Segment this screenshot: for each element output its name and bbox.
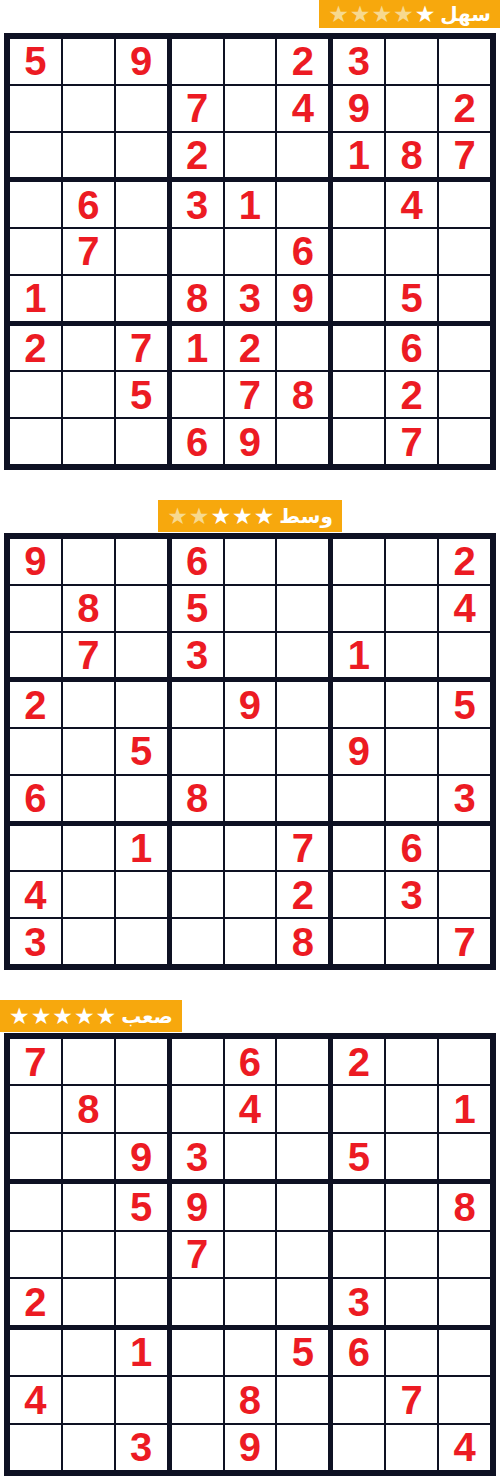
sudoku-cell-r3c1-empty[interactable]: [10, 1134, 61, 1179]
sudoku-cell-r8c6-given[interactable]: 2: [277, 872, 328, 917]
sudoku-cell-r5c7-empty[interactable]: [333, 1232, 384, 1277]
sudoku-cell-r7c1-empty[interactable]: [10, 826, 61, 871]
sudoku-box-9: 674: [333, 1330, 490, 1470]
sudoku-cell-r4c1-empty[interactable]: [10, 182, 61, 227]
sudoku-cell-r8c1-given[interactable]: 4: [10, 872, 61, 917]
sudoku-cell-r9c6-empty[interactable]: [277, 1425, 328, 1470]
sudoku-box-1: 987: [10, 539, 167, 677]
sudoku-box-7: 143: [10, 826, 167, 964]
sudoku-cell-r2c2-given[interactable]: 8: [63, 1086, 114, 1131]
sudoku-cell-r1c5-empty[interactable]: [225, 539, 276, 584]
sudoku-cell-r5c6-empty[interactable]: [277, 729, 328, 774]
sudoku-cell-r4c2-given[interactable]: 6: [63, 182, 114, 227]
sudoku-cell-r5c6-given[interactable]: 6: [277, 229, 328, 274]
sudoku-cell-r3c9-empty[interactable]: [439, 633, 490, 678]
sudoku-cell-r1c6-empty[interactable]: [277, 1039, 328, 1084]
sudoku-cell-r7c5-empty[interactable]: [225, 826, 276, 871]
sudoku-box-8: 589: [172, 1330, 329, 1470]
sudoku-box-9: 627: [333, 326, 490, 464]
sudoku-box-3: 392187: [333, 39, 490, 177]
sudoku-cell-r3c6-empty[interactable]: [277, 133, 328, 178]
sudoku-cell-r5c2-empty[interactable]: [63, 1232, 114, 1277]
sudoku-cell-r4c3-given[interactable]: 5: [116, 1184, 167, 1229]
sudoku-cell-r6c5-given[interactable]: 3: [225, 276, 276, 321]
sudoku-cell-r5c1-empty[interactable]: [10, 229, 61, 274]
star-empty-icon: ★: [167, 505, 188, 528]
sudoku-cell-r1c9-empty[interactable]: [439, 1039, 490, 1084]
sudoku-cell-r8c5-empty[interactable]: [225, 872, 276, 917]
sudoku-cell-r3c7-given[interactable]: 5: [333, 1134, 384, 1179]
sudoku-cell-r9c5-empty[interactable]: [225, 919, 276, 964]
sudoku-cell-r2c8-empty[interactable]: [386, 86, 437, 131]
sudoku-cell-r9c9-given[interactable]: 4: [439, 1425, 490, 1470]
sudoku-cell-r9c8-given[interactable]: 7: [386, 419, 437, 464]
sudoku-box-1: 789: [10, 1039, 167, 1179]
sudoku-box-7: 143: [10, 1330, 167, 1470]
spacer: [0, 470, 500, 500]
sudoku-cell-r6c5-empty[interactable]: [225, 776, 276, 821]
sudoku-cell-r8c7-empty[interactable]: [333, 372, 384, 417]
sudoku-cell-r7c9-empty[interactable]: [439, 326, 490, 371]
sudoku-box-5: 97: [172, 1184, 329, 1324]
sudoku-cell-r9c6-given[interactable]: 8: [277, 919, 328, 964]
difficulty-label-medium: وسط: [279, 506, 333, 526]
sudoku-cell-r9c4-empty[interactable]: [172, 1425, 223, 1470]
sudoku-cell-r1c9-given[interactable]: 2: [439, 539, 490, 584]
sudoku-cell-r3c8-given[interactable]: 8: [386, 133, 437, 178]
sudoku-cell-r8c8-given[interactable]: 3: [386, 872, 437, 917]
sudoku-cell-r3c4-given[interactable]: 3: [172, 1134, 223, 1179]
sudoku-cell-r8c9-empty[interactable]: [439, 372, 490, 417]
star-filled-icon: ★: [52, 1005, 73, 1028]
sudoku-cell-r6c4-given[interactable]: 8: [172, 276, 223, 321]
sudoku-cell-r9c9-given[interactable]: 7: [439, 919, 490, 964]
sudoku-cell-r8c6-given[interactable]: 8: [277, 372, 328, 417]
sudoku-cell-r5c5-empty[interactable]: [225, 229, 276, 274]
sudoku-cell-r6c9-empty[interactable]: [439, 1279, 490, 1324]
sudoku-cell-r6c4-given[interactable]: 8: [172, 776, 223, 821]
sudoku-cell-r7c9-empty[interactable]: [439, 1330, 490, 1375]
sudoku-cell-r9c3-given[interactable]: 3: [116, 1425, 167, 1470]
sudoku-cell-r3c1-empty[interactable]: [10, 133, 61, 178]
sudoku-cell-r4c9-given[interactable]: 8: [439, 1184, 490, 1229]
sudoku-cell-r5c7-empty[interactable]: [333, 229, 384, 274]
sudoku-cell-r2c5-empty[interactable]: [225, 586, 276, 631]
sudoku-cell-r8c2-empty[interactable]: [63, 372, 114, 417]
sudoku-cell-r6c4-empty[interactable]: [172, 1279, 223, 1324]
sudoku-cell-r1c4-empty[interactable]: [172, 1039, 223, 1084]
star-rating-easy: ★★★★★: [328, 3, 435, 26]
sudoku-cell-r4c9-empty[interactable]: [439, 182, 490, 227]
sudoku-cell-r7c3-given[interactable]: 1: [116, 1330, 167, 1375]
sudoku-cell-r6c6-empty[interactable]: [277, 1279, 328, 1324]
sudoku-cell-r4c2-empty[interactable]: [63, 1184, 114, 1229]
star-rating-medium: ★★★★★: [167, 505, 274, 528]
sudoku-cell-r8c7-empty[interactable]: [333, 1377, 384, 1422]
sudoku-box-8: 728: [172, 826, 329, 964]
sudoku-cell-r7c6-empty[interactable]: [277, 326, 328, 371]
sudoku-cell-r2c1-empty[interactable]: [10, 86, 61, 131]
sudoku-cell-r1c2-empty[interactable]: [63, 1039, 114, 1084]
sudoku-cell-r6c2-empty[interactable]: [63, 776, 114, 821]
sudoku-cell-r8c2-empty[interactable]: [63, 872, 114, 917]
sudoku-cell-r9c2-empty[interactable]: [63, 419, 114, 464]
sudoku-cell-r4c7-empty[interactable]: [333, 682, 384, 727]
sudoku-cell-r5c1-empty[interactable]: [10, 1232, 61, 1277]
sudoku-cell-r1c7-empty[interactable]: [333, 539, 384, 584]
sudoku-cell-r6c1-given[interactable]: 6: [10, 776, 61, 821]
sudoku-cell-r2c1-empty[interactable]: [10, 1086, 61, 1131]
sudoku-cell-r7c5-empty[interactable]: [225, 1330, 276, 1375]
star-filled-icon: ★: [31, 1005, 52, 1028]
sudoku-cell-r4c1-given[interactable]: 2: [10, 682, 61, 727]
sudoku-box-2: 2742: [172, 39, 329, 177]
sudoku-cell-r3c3-empty[interactable]: [116, 133, 167, 178]
sudoku-cell-r3c5-empty[interactable]: [225, 633, 276, 678]
sudoku-cell-r3c3-given[interactable]: 9: [116, 1134, 167, 1179]
sudoku-cell-r8c1-given[interactable]: 4: [10, 1377, 61, 1422]
sudoku-cell-r1c5-given[interactable]: 6: [225, 1039, 276, 1084]
sudoku-cell-r9c4-given[interactable]: 6: [172, 419, 223, 464]
sudoku-cell-r5c9-empty[interactable]: [439, 229, 490, 274]
sudoku-cell-r6c8-empty[interactable]: [386, 1279, 437, 1324]
sudoku-cell-r1c8-empty[interactable]: [386, 39, 437, 84]
sudoku-cell-r3c9-empty[interactable]: [439, 1134, 490, 1179]
sudoku-cell-r5c5-empty[interactable]: [225, 1232, 276, 1277]
sudoku-cell-r1c9-empty[interactable]: [439, 39, 490, 84]
sudoku-cell-r3c9-given[interactable]: 7: [439, 133, 490, 178]
banner-row-hard: صعب ★★★★★: [0, 1000, 500, 1033]
sudoku-cell-r9c4-empty[interactable]: [172, 919, 223, 964]
sudoku-cell-r9c8-empty[interactable]: [386, 919, 437, 964]
sudoku-cell-r2c8-empty[interactable]: [386, 1086, 437, 1131]
star-filled-icon: ★: [254, 505, 275, 528]
sudoku-cell-r3c1-empty[interactable]: [10, 633, 61, 678]
star-empty-icon: ★: [371, 3, 392, 26]
difficulty-banner-hard: صعب ★★★★★: [0, 1000, 182, 1032]
sudoku-cell-r4c9-given[interactable]: 5: [439, 682, 490, 727]
sudoku-cell-r6c2-empty[interactable]: [63, 276, 114, 321]
sudoku-cell-r1c7-given[interactable]: 2: [333, 1039, 384, 1084]
sudoku-cell-r3c7-given[interactable]: 1: [333, 633, 384, 678]
sudoku-cell-r5c7-given[interactable]: 9: [333, 729, 384, 774]
star-filled-icon: ★: [9, 1005, 30, 1028]
sudoku-box-2: 643: [172, 1039, 329, 1179]
sudoku-cell-r6c3-empty[interactable]: [116, 776, 167, 821]
sudoku-cell-r1c2-empty[interactable]: [63, 539, 114, 584]
sudoku-cell-r5c1-empty[interactable]: [10, 729, 61, 774]
sudoku-cell-r8c5-given[interactable]: 7: [225, 372, 276, 417]
sudoku-cell-r4c8-given[interactable]: 4: [386, 182, 437, 227]
sudoku-box-1: 59: [10, 39, 167, 177]
sudoku-cell-r5c8-empty[interactable]: [386, 729, 437, 774]
sudoku-cell-r5c2-given[interactable]: 7: [63, 229, 114, 274]
sudoku-cell-r7c5-given[interactable]: 2: [225, 326, 276, 371]
sudoku-cell-r5c2-empty[interactable]: [63, 729, 114, 774]
sudoku-board-hard: 789643215529783143589674: [4, 1033, 496, 1476]
sudoku-cell-r2c7-given[interactable]: 9: [333, 86, 384, 131]
sudoku-cell-r8c8-given[interactable]: 2: [386, 372, 437, 417]
sudoku-cell-r9c7-empty[interactable]: [333, 919, 384, 964]
sudoku-cell-r6c2-empty[interactable]: [63, 1279, 114, 1324]
sudoku-cell-r8c9-empty[interactable]: [439, 872, 490, 917]
sudoku-cell-r5c9-empty[interactable]: [439, 729, 490, 774]
sudoku-box-4: 256: [10, 682, 167, 820]
sudoku-cell-r1c8-empty[interactable]: [386, 539, 437, 584]
sudoku-cell-r7c7-empty[interactable]: [333, 826, 384, 871]
sudoku-cell-r9c6-empty[interactable]: [277, 419, 328, 464]
sudoku-box-7: 275: [10, 326, 167, 464]
sudoku-cell-r7c4-given[interactable]: 1: [172, 326, 223, 371]
sudoku-cell-r1c1-given[interactable]: 7: [10, 1039, 61, 1084]
sudoku-cell-r7c8-given[interactable]: 6: [386, 826, 437, 871]
sudoku-cell-r6c9-given[interactable]: 3: [439, 776, 490, 821]
sudoku-cell-r8c3-empty[interactable]: [116, 1377, 167, 1422]
sudoku-cell-r6c8-empty[interactable]: [386, 776, 437, 821]
sudoku-cell-r9c2-empty[interactable]: [63, 1425, 114, 1470]
sudoku-cell-r4c8-empty[interactable]: [386, 1184, 437, 1229]
sudoku-cell-r2c2-given[interactable]: 8: [63, 586, 114, 631]
sudoku-cell-r2c7-empty[interactable]: [333, 586, 384, 631]
sudoku-cell-r1c5-empty[interactable]: [225, 39, 276, 84]
sudoku-cell-r7c2-empty[interactable]: [63, 1330, 114, 1375]
sudoku-box-4: 671: [10, 182, 167, 320]
sudoku-cell-r8c4-empty[interactable]: [172, 1377, 223, 1422]
sudoku-cell-r2c2-empty[interactable]: [63, 86, 114, 131]
sudoku-cell-r2c4-given[interactable]: 5: [172, 586, 223, 631]
sudoku-cell-r6c6-empty[interactable]: [277, 776, 328, 821]
sudoku-cell-r5c3-given[interactable]: 5: [116, 729, 167, 774]
sudoku-box-9: 637: [333, 826, 490, 964]
sudoku-cell-r2c3-empty[interactable]: [116, 586, 167, 631]
sudoku-cell-r7c9-empty[interactable]: [439, 826, 490, 871]
sudoku-cell-r4c7-empty[interactable]: [333, 182, 384, 227]
sudoku-cell-r5c8-empty[interactable]: [386, 1232, 437, 1277]
sudoku-cell-r6c6-given[interactable]: 9: [277, 276, 328, 321]
sudoku-cell-r9c3-empty[interactable]: [116, 919, 167, 964]
sudoku-cell-r8c6-empty[interactable]: [277, 1377, 328, 1422]
sudoku-box-2: 653: [172, 539, 329, 677]
sudoku-box-8: 127869: [172, 326, 329, 464]
sudoku-cell-r6c1-given[interactable]: 1: [10, 276, 61, 321]
difficulty-label-hard: صعب: [121, 1006, 173, 1026]
sudoku-cell-r4c5-empty[interactable]: [225, 1184, 276, 1229]
sudoku-cell-r8c5-given[interactable]: 8: [225, 1377, 276, 1422]
sudoku-cell-r2c4-given[interactable]: 7: [172, 86, 223, 131]
sudoku-cell-r2c5-given[interactable]: 4: [225, 1086, 276, 1131]
spacer: [0, 970, 500, 1000]
sudoku-cell-r5c8-empty[interactable]: [386, 229, 437, 274]
sudoku-cell-r9c5-given[interactable]: 9: [225, 419, 276, 464]
sudoku-cell-r2c3-empty[interactable]: [116, 1086, 167, 1131]
sudoku-cell-r3c5-empty[interactable]: [225, 1134, 276, 1179]
sudoku-cell-r8c4-empty[interactable]: [172, 872, 223, 917]
sudoku-cell-r4c2-empty[interactable]: [63, 682, 114, 727]
sudoku-cell-r6c7-given[interactable]: 3: [333, 1279, 384, 1324]
sudoku-cell-r1c7-given[interactable]: 3: [333, 39, 384, 84]
sudoku-cell-r6c8-given[interactable]: 5: [386, 276, 437, 321]
sudoku-cell-r3c4-given[interactable]: 2: [172, 133, 223, 178]
sudoku-cell-r9c7-empty[interactable]: [333, 419, 384, 464]
sudoku-cell-r8c7-empty[interactable]: [333, 872, 384, 917]
sudoku-cell-r4c5-given[interactable]: 9: [225, 682, 276, 727]
sudoku-cell-r2c9-given[interactable]: 1: [439, 1086, 490, 1131]
sudoku-cell-r4c8-empty[interactable]: [386, 682, 437, 727]
sudoku-cell-r9c1-given[interactable]: 3: [10, 919, 61, 964]
sudoku-cell-r6c7-empty[interactable]: [333, 276, 384, 321]
sudoku-cell-r2c9-given[interactable]: 2: [439, 86, 490, 131]
sudoku-cell-r3c2-empty[interactable]: [63, 133, 114, 178]
difficulty-banner-easy: سهل ★★★★★: [319, 0, 500, 28]
sudoku-cell-r7c4-empty[interactable]: [172, 826, 223, 871]
difficulty-label-easy: سهل: [440, 4, 491, 24]
sudoku-cell-r4c5-given[interactable]: 1: [225, 182, 276, 227]
star-empty-icon: ★: [328, 3, 349, 26]
sudoku-cell-r7c4-empty[interactable]: [172, 1330, 223, 1375]
sudoku-cell-r1c8-empty[interactable]: [386, 1039, 437, 1084]
sudoku-cell-r8c2-empty[interactable]: [63, 1377, 114, 1422]
sudoku-box-4: 52: [10, 1184, 167, 1324]
sudoku-page: سهل ★★★★★ 592742392187671316839452751278…: [0, 0, 500, 1476]
sudoku-cell-r6c3-empty[interactable]: [116, 1279, 167, 1324]
sudoku-cell-r4c4-given[interactable]: 3: [172, 182, 223, 227]
sudoku-cell-r7c3-given[interactable]: 1: [116, 826, 167, 871]
sudoku-cell-r8c1-empty[interactable]: [10, 372, 61, 417]
sudoku-box-3: 215: [333, 1039, 490, 1179]
sudoku-box-6: 593: [333, 682, 490, 820]
sudoku-cell-r8c9-empty[interactable]: [439, 1377, 490, 1422]
sudoku-cell-r3c5-empty[interactable]: [225, 133, 276, 178]
sudoku-cell-r9c2-empty[interactable]: [63, 919, 114, 964]
star-filled-icon: ★: [415, 3, 436, 26]
sudoku-cell-r9c1-empty[interactable]: [10, 419, 61, 464]
sudoku-cell-r4c3-empty[interactable]: [116, 682, 167, 727]
sudoku-cell-r7c7-empty[interactable]: [333, 326, 384, 371]
sudoku-cell-r3c6-empty[interactable]: [277, 1134, 328, 1179]
sudoku-cell-r4c1-empty[interactable]: [10, 1184, 61, 1229]
sudoku-cell-r9c7-empty[interactable]: [333, 1425, 384, 1470]
sudoku-cell-r5c4-given[interactable]: 7: [172, 1232, 223, 1277]
sudoku-cell-r5c9-empty[interactable]: [439, 1232, 490, 1277]
sudoku-cell-r6c1-given[interactable]: 2: [10, 1279, 61, 1324]
sudoku-cell-r1c4-empty[interactable]: [172, 39, 223, 84]
sudoku-cell-r1c3-given[interactable]: 9: [116, 39, 167, 84]
sudoku-cell-r1c2-empty[interactable]: [63, 39, 114, 84]
banner-row-medium: وسط ★★★★★: [0, 500, 500, 533]
sudoku-cell-r3c2-given[interactable]: 7: [63, 633, 114, 678]
sudoku-cell-r7c6-given[interactable]: 5: [277, 1330, 328, 1375]
sudoku-cell-r2c5-empty[interactable]: [225, 86, 276, 131]
sudoku-cell-r4c6-empty[interactable]: [277, 1184, 328, 1229]
sudoku-cell-r7c1-empty[interactable]: [10, 1330, 61, 1375]
star-rating-hard: ★★★★★: [9, 1005, 116, 1028]
sudoku-cell-r7c3-given[interactable]: 7: [116, 326, 167, 371]
sudoku-cell-r9c3-empty[interactable]: [116, 419, 167, 464]
sudoku-cell-r7c2-empty[interactable]: [63, 826, 114, 871]
sudoku-cell-r2c6-given[interactable]: 4: [277, 86, 328, 131]
sudoku-board-medium: 98765324125698593143728637: [4, 533, 496, 970]
sudoku-cell-r6c9-empty[interactable]: [439, 276, 490, 321]
sudoku-cell-r1c1-given[interactable]: 9: [10, 539, 61, 584]
sudoku-cell-r7c1-given[interactable]: 2: [10, 326, 61, 371]
star-empty-icon: ★: [350, 3, 371, 26]
sudoku-cell-r4c6-empty[interactable]: [277, 182, 328, 227]
sudoku-cell-r1c3-empty[interactable]: [116, 1039, 167, 1084]
sudoku-cell-r3c7-given[interactable]: 1: [333, 133, 384, 178]
sudoku-cell-r9c5-given[interactable]: 9: [225, 1425, 276, 1470]
sudoku-cell-r7c8-given[interactable]: 6: [386, 326, 437, 371]
sudoku-cell-r1c6-empty[interactable]: [277, 539, 328, 584]
sudoku-cell-r2c1-empty[interactable]: [10, 586, 61, 631]
sudoku-box-6: 83: [333, 1184, 490, 1324]
sudoku-cell-r7c2-empty[interactable]: [63, 326, 114, 371]
star-filled-icon: ★: [96, 1005, 117, 1028]
star-empty-icon: ★: [393, 3, 414, 26]
sudoku-cell-r4c6-empty[interactable]: [277, 682, 328, 727]
sudoku-cell-r3c2-empty[interactable]: [63, 1134, 114, 1179]
sudoku-cell-r2c9-given[interactable]: 4: [439, 586, 490, 631]
sudoku-cell-r1c1-given[interactable]: 5: [10, 39, 61, 84]
sudoku-cell-r2c7-empty[interactable]: [333, 1086, 384, 1131]
sudoku-cell-r2c3-empty[interactable]: [116, 86, 167, 131]
sudoku-cell-r8c8-given[interactable]: 7: [386, 1377, 437, 1422]
sudoku-cell-r1c4-given[interactable]: 6: [172, 539, 223, 584]
sudoku-box-3: 241: [333, 539, 490, 677]
sudoku-cell-r2c6-empty[interactable]: [277, 586, 328, 631]
sudoku-cell-r5c5-empty[interactable]: [225, 729, 276, 774]
sudoku-cell-r6c3-empty[interactable]: [116, 276, 167, 321]
sudoku-cell-r7c8-empty[interactable]: [386, 1330, 437, 1375]
sudoku-cell-r3c8-empty[interactable]: [386, 1134, 437, 1179]
sudoku-cell-r9c9-empty[interactable]: [439, 419, 490, 464]
sudoku-cell-r5c6-empty[interactable]: [277, 1232, 328, 1277]
sudoku-cell-r2c4-empty[interactable]: [172, 1086, 223, 1131]
star-filled-icon: ★: [210, 505, 231, 528]
sudoku-cell-r4c4-given[interactable]: 9: [172, 1184, 223, 1229]
sudoku-cell-r2c8-empty[interactable]: [386, 586, 437, 631]
sudoku-cell-r5c3-empty[interactable]: [116, 229, 167, 274]
sudoku-cell-r1c3-empty[interactable]: [116, 539, 167, 584]
sudoku-cell-r8c4-empty[interactable]: [172, 372, 223, 417]
sudoku-cell-r5c4-empty[interactable]: [172, 729, 223, 774]
sudoku-cell-r6c7-empty[interactable]: [333, 776, 384, 821]
sudoku-cell-r4c3-empty[interactable]: [116, 182, 167, 227]
sudoku-cell-r5c3-empty[interactable]: [116, 1232, 167, 1277]
sudoku-cell-r2c6-empty[interactable]: [277, 1086, 328, 1131]
sudoku-cell-r5c4-empty[interactable]: [172, 229, 223, 274]
sudoku-cell-r4c4-empty[interactable]: [172, 682, 223, 727]
star-filled-icon: ★: [74, 1005, 95, 1028]
sudoku-cell-r7c6-given[interactable]: 7: [277, 826, 328, 871]
sudoku-box-5: 98: [172, 682, 329, 820]
sudoku-cell-r6c5-empty[interactable]: [225, 1279, 276, 1324]
sudoku-cell-r3c3-empty[interactable]: [116, 633, 167, 678]
sudoku-cell-r1c6-given[interactable]: 2: [277, 39, 328, 84]
difficulty-banner-medium: وسط ★★★★★: [158, 500, 342, 532]
sudoku-cell-r8c3-given[interactable]: 5: [116, 372, 167, 417]
sudoku-cell-r4c7-empty[interactable]: [333, 1184, 384, 1229]
sudoku-cell-r3c6-empty[interactable]: [277, 633, 328, 678]
sudoku-cell-r9c1-empty[interactable]: [10, 1425, 61, 1470]
sudoku-box-6: 45: [333, 182, 490, 320]
sudoku-board-easy: 59274239218767131683945275127869627: [4, 33, 496, 470]
sudoku-cell-r7c7-given[interactable]: 6: [333, 1330, 384, 1375]
sudoku-cell-r9c8-empty[interactable]: [386, 1425, 437, 1470]
sudoku-cell-r3c4-given[interactable]: 3: [172, 633, 223, 678]
sudoku-cell-r3c8-empty[interactable]: [386, 633, 437, 678]
sudoku-cell-r8c3-empty[interactable]: [116, 872, 167, 917]
banner-row-easy: سهل ★★★★★: [0, 0, 500, 33]
